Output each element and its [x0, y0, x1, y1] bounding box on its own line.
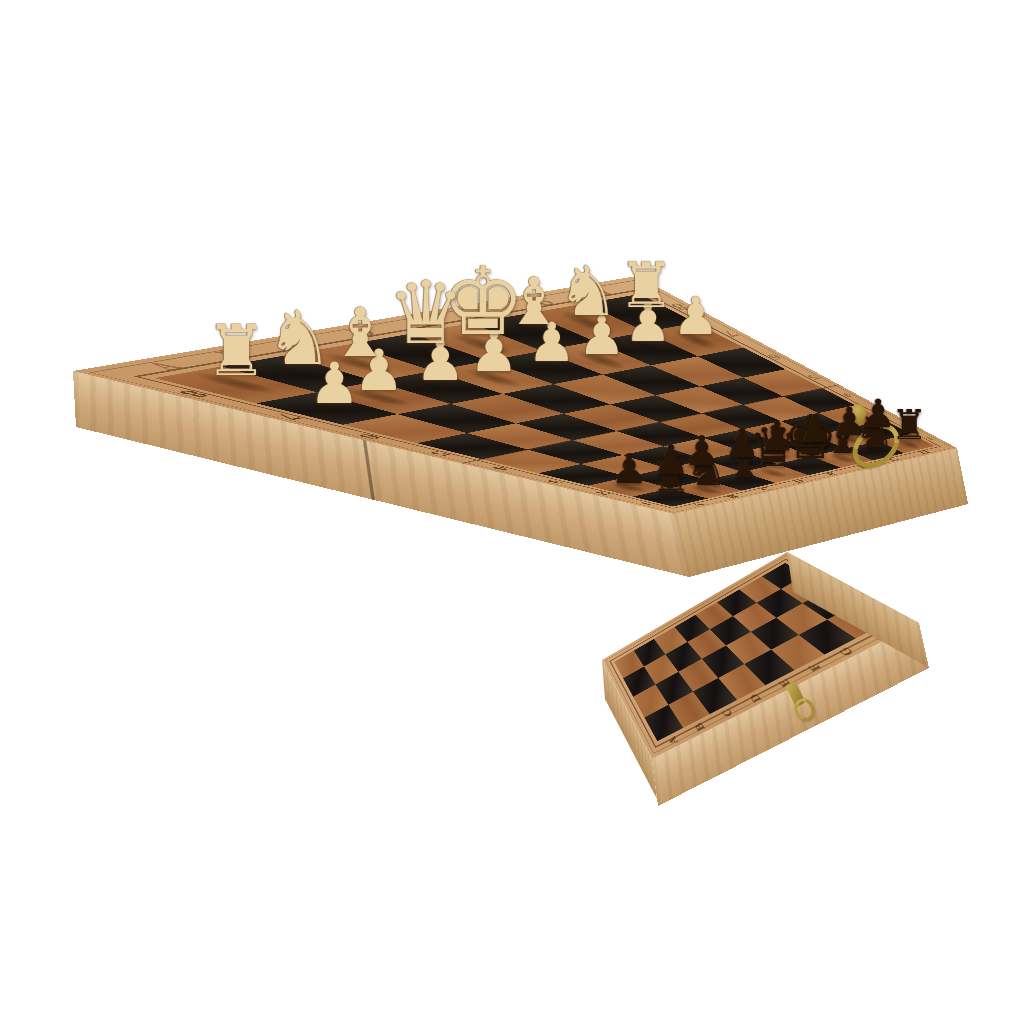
- brass-clasp-open-board: [840, 398, 920, 488]
- clasp-knob: [843, 401, 869, 429]
- brass-clasp-folded-board: [778, 680, 828, 728]
- product-photo: 87654321HGFEDCBA87654321HGFEDCBA ABCDEFG…: [0, 0, 1024, 1024]
